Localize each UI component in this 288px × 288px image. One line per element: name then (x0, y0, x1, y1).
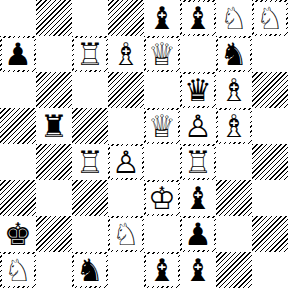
piece-black-bishop: ♝ (182, 2, 214, 34)
square-d4[interactable]: ♙ (108, 144, 144, 180)
piece-white-knight: ♘ (2, 254, 34, 286)
square-h7[interactable] (252, 36, 288, 72)
square-a3[interactable] (0, 180, 36, 216)
square-c3[interactable] (72, 180, 108, 216)
piece-white-queen: ♕ (146, 110, 178, 142)
square-b3[interactable] (36, 180, 72, 216)
square-g7[interactable]: ♞ (216, 36, 252, 72)
piece-black-king: ♚ (2, 218, 34, 250)
square-c7[interactable]: ♖ (72, 36, 108, 72)
square-c4[interactable]: ♖ (72, 144, 108, 180)
square-h6[interactable] (252, 72, 288, 108)
square-f3[interactable]: ♝ (180, 180, 216, 216)
square-b4[interactable] (36, 144, 72, 180)
square-f1[interactable]: ♝ (180, 252, 216, 288)
square-g4[interactable] (216, 144, 252, 180)
square-b2[interactable] (36, 216, 72, 252)
square-b7[interactable] (36, 36, 72, 72)
piece-black-bishop: ♝ (182, 182, 214, 214)
square-d3[interactable] (108, 180, 144, 216)
square-c5[interactable] (72, 108, 108, 144)
square-a7[interactable]: ♟ (0, 36, 36, 72)
square-e3[interactable]: ♔ (144, 180, 180, 216)
square-g8[interactable]: ♘ (216, 0, 252, 36)
piece-white-bishop: ♗ (218, 74, 250, 106)
square-d6[interactable] (108, 72, 144, 108)
square-h4[interactable] (252, 144, 288, 180)
square-b5[interactable]: ♜ (36, 108, 72, 144)
piece-white-queen: ♕ (146, 38, 178, 70)
square-f5[interactable]: ♙ (180, 108, 216, 144)
piece-black-pawn: ♟ (182, 218, 214, 250)
square-g1[interactable] (216, 252, 252, 288)
square-c8[interactable] (72, 0, 108, 36)
square-c2[interactable] (72, 216, 108, 252)
square-a2[interactable]: ♚ (0, 216, 36, 252)
square-f8[interactable]: ♝ (180, 0, 216, 36)
piece-white-rook: ♖ (74, 38, 106, 70)
square-h2[interactable] (252, 216, 288, 252)
square-c1[interactable]: ♞ (72, 252, 108, 288)
piece-white-bishop: ♗ (218, 110, 250, 142)
piece-black-bishop: ♝ (146, 2, 178, 34)
square-e1[interactable]: ♝ (144, 252, 180, 288)
piece-white-knight: ♘ (218, 2, 250, 34)
square-h5[interactable] (252, 108, 288, 144)
square-d1[interactable] (108, 252, 144, 288)
square-f7[interactable] (180, 36, 216, 72)
square-f4[interactable]: ♖ (180, 144, 216, 180)
square-d7[interactable]: ♗ (108, 36, 144, 72)
piece-white-rook: ♖ (74, 146, 106, 178)
square-d8[interactable] (108, 0, 144, 36)
piece-white-knight: ♘ (254, 2, 286, 34)
piece-black-pawn: ♟ (2, 38, 34, 70)
piece-white-rook: ♖ (182, 146, 214, 178)
square-g3[interactable] (216, 180, 252, 216)
square-e4[interactable] (144, 144, 180, 180)
square-e6[interactable] (144, 72, 180, 108)
chess-board: ♝♝♘♘♟♖♗♕♞♛♗♜♕♙♗♖♙♖♔♝♚♘♟♘♞♝♝ (0, 0, 288, 288)
square-a8[interactable] (0, 0, 36, 36)
square-h3[interactable] (252, 180, 288, 216)
square-a4[interactable] (0, 144, 36, 180)
square-g5[interactable]: ♗ (216, 108, 252, 144)
square-g2[interactable] (216, 216, 252, 252)
square-h1[interactable] (252, 252, 288, 288)
piece-black-bishop: ♝ (182, 254, 214, 286)
square-e7[interactable]: ♕ (144, 36, 180, 72)
piece-white-bishop: ♗ (110, 38, 142, 70)
square-g6[interactable]: ♗ (216, 72, 252, 108)
square-h8[interactable]: ♘ (252, 0, 288, 36)
piece-black-knight: ♞ (74, 254, 106, 286)
square-d2[interactable]: ♘ (108, 216, 144, 252)
square-e2[interactable] (144, 216, 180, 252)
square-a1[interactable]: ♘ (0, 252, 36, 288)
square-c6[interactable] (72, 72, 108, 108)
square-a5[interactable] (0, 108, 36, 144)
square-f2[interactable]: ♟ (180, 216, 216, 252)
square-d5[interactable] (108, 108, 144, 144)
piece-black-rook: ♜ (38, 110, 70, 142)
square-e8[interactable]: ♝ (144, 0, 180, 36)
square-b1[interactable] (36, 252, 72, 288)
piece-black-knight: ♞ (218, 38, 250, 70)
piece-black-bishop: ♝ (146, 254, 178, 286)
square-b8[interactable] (36, 0, 72, 36)
square-e5[interactable]: ♕ (144, 108, 180, 144)
piece-white-pawn: ♙ (110, 146, 142, 178)
square-b6[interactable] (36, 72, 72, 108)
piece-white-pawn: ♙ (182, 110, 214, 142)
square-a6[interactable] (0, 72, 36, 108)
piece-black-queen: ♛ (182, 74, 214, 106)
piece-white-king: ♔ (146, 182, 178, 214)
square-f6[interactable]: ♛ (180, 72, 216, 108)
piece-white-knight: ♘ (110, 218, 142, 250)
